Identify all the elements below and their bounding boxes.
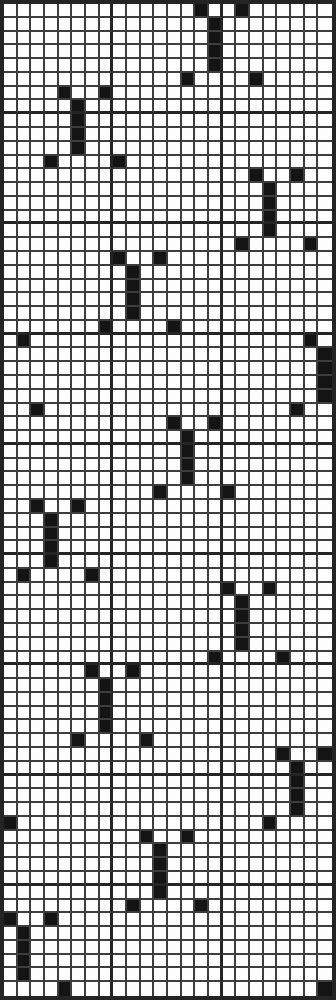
grid-cell — [168, 142, 182, 156]
grid-cell — [209, 569, 223, 583]
grid-cell — [182, 913, 196, 927]
grid-cell — [168, 224, 182, 238]
grid-cell — [223, 817, 237, 831]
grid-cell — [72, 486, 86, 500]
grid-cell — [277, 500, 291, 514]
grid-cell — [4, 500, 18, 514]
grid-cell — [113, 73, 127, 87]
grid-cell — [86, 486, 100, 500]
grid-cell — [305, 541, 319, 555]
grid-cell — [168, 431, 182, 445]
grid-cell — [277, 252, 291, 266]
grid-cell — [72, 858, 86, 872]
grid-cell — [277, 486, 291, 500]
grid-cell — [100, 555, 114, 569]
grid-cell — [305, 197, 319, 211]
grid-cell — [250, 417, 264, 431]
grid-cell — [223, 831, 237, 845]
grid-cell — [72, 266, 86, 280]
grid-cell — [4, 183, 18, 197]
grid-cell — [209, 73, 223, 87]
grid-cell — [45, 142, 59, 156]
grid-cell — [4, 872, 18, 886]
grid-cell — [141, 459, 155, 473]
grid-cell — [209, 224, 223, 238]
grid-cell — [100, 569, 114, 583]
grid-cell — [86, 211, 100, 225]
grid-cell — [4, 596, 18, 610]
grid-cell — [45, 596, 59, 610]
grid-cell — [182, 596, 196, 610]
grid-cell — [86, 748, 100, 762]
grid-cell — [18, 362, 32, 376]
grid-cell — [113, 555, 127, 569]
grid-cell — [277, 555, 291, 569]
grid-cell — [154, 528, 168, 542]
grid-cell — [86, 445, 100, 459]
grid-cell — [45, 486, 59, 500]
grid-cell — [72, 789, 86, 803]
grid-cell — [209, 87, 223, 101]
grid-cell — [277, 707, 291, 721]
grid-cell — [291, 183, 305, 197]
blocked-cell — [100, 321, 114, 335]
grid-cell — [100, 266, 114, 280]
grid-cell — [154, 748, 168, 762]
grid-cell — [18, 431, 32, 445]
grid-cell — [291, 486, 305, 500]
grid-cell — [72, 73, 86, 87]
grid-cell — [113, 968, 127, 982]
grid-cell — [141, 541, 155, 555]
grid-cell — [127, 4, 141, 18]
grid-cell — [291, 307, 305, 321]
grid-cell — [236, 431, 250, 445]
grid-cell — [45, 665, 59, 679]
blocked-cell — [236, 638, 250, 652]
grid-cell — [168, 748, 182, 762]
grid-cell — [100, 197, 114, 211]
grid-cell — [236, 500, 250, 514]
grid-cell — [154, 335, 168, 349]
grid-cell — [113, 376, 127, 390]
grid-cell — [236, 831, 250, 845]
grid-cell — [127, 541, 141, 555]
grid-cell — [18, 224, 32, 238]
grid-cell — [223, 32, 237, 46]
grid-cell — [182, 927, 196, 941]
grid-cell — [18, 307, 32, 321]
grid-cell — [113, 831, 127, 845]
grid-cell — [168, 886, 182, 900]
blocked-cell — [318, 376, 332, 390]
grid-cell — [127, 817, 141, 831]
grid-cell — [168, 280, 182, 294]
grid-cell — [318, 817, 332, 831]
grid-cell — [31, 183, 45, 197]
blocked-cell — [182, 431, 196, 445]
grid-cell — [31, 18, 45, 32]
grid-cell — [182, 376, 196, 390]
grid-cell — [100, 211, 114, 225]
grid-cell — [195, 693, 209, 707]
grid-cell — [4, 238, 18, 252]
grid-cell — [72, 569, 86, 583]
grid-cell — [277, 390, 291, 404]
grid-cell — [72, 762, 86, 776]
blocked-cell — [45, 528, 59, 542]
grid-cell — [86, 541, 100, 555]
blocked-cell — [209, 652, 223, 666]
blocked-cell — [18, 335, 32, 349]
grid-cell — [100, 624, 114, 638]
grid-cell — [18, 707, 32, 721]
grid-cell — [59, 927, 73, 941]
grid-cell — [31, 59, 45, 73]
grid-cell — [223, 183, 237, 197]
grid-cell — [18, 348, 32, 362]
grid-cell — [31, 238, 45, 252]
grid-cell — [100, 968, 114, 982]
grid-cell — [318, 528, 332, 542]
grid-cell — [154, 293, 168, 307]
grid-cell — [141, 982, 155, 996]
grid-cell — [209, 555, 223, 569]
grid-cell — [59, 128, 73, 142]
grid-cell — [86, 720, 100, 734]
grid-cell — [291, 211, 305, 225]
grid-cell — [31, 693, 45, 707]
grid-cell — [264, 156, 278, 170]
grid-cell — [209, 583, 223, 597]
grid-cell — [31, 32, 45, 46]
grid-cell — [318, 45, 332, 59]
grid-cell — [113, 197, 127, 211]
grid-cell — [168, 500, 182, 514]
grid-cell — [264, 87, 278, 101]
grid-cell — [291, 982, 305, 996]
grid-cell — [264, 59, 278, 73]
grid-cell — [168, 762, 182, 776]
grid-cell — [305, 762, 319, 776]
grid-cell — [305, 404, 319, 418]
grid-cell — [59, 817, 73, 831]
grid-cell — [113, 224, 127, 238]
grid-cell — [277, 472, 291, 486]
grid-cell — [141, 886, 155, 900]
grid-cell — [18, 169, 32, 183]
grid-cell — [18, 679, 32, 693]
grid-cell — [264, 266, 278, 280]
blocked-cell — [305, 238, 319, 252]
grid-cell — [113, 45, 127, 59]
grid-cell — [141, 555, 155, 569]
grid-cell — [236, 197, 250, 211]
blocked-cell — [72, 500, 86, 514]
grid-cell — [86, 831, 100, 845]
grid-cell — [45, 638, 59, 652]
grid-cell — [223, 500, 237, 514]
grid-cell — [141, 693, 155, 707]
grid-cell — [72, 555, 86, 569]
grid-cell — [264, 100, 278, 114]
grid-cell — [72, 445, 86, 459]
grid-cell — [113, 858, 127, 872]
grid-cell — [59, 459, 73, 473]
grid-cell — [305, 900, 319, 914]
grid-cell — [59, 583, 73, 597]
grid-cell — [236, 100, 250, 114]
grid-cell — [45, 569, 59, 583]
grid-cell — [72, 293, 86, 307]
grid-cell — [182, 486, 196, 500]
grid-cell — [154, 100, 168, 114]
grid-cell — [59, 596, 73, 610]
grid-cell — [154, 307, 168, 321]
grid-cell — [127, 748, 141, 762]
grid-cell — [168, 900, 182, 914]
grid-cell — [318, 776, 332, 790]
grid-cell — [31, 459, 45, 473]
grid-cell — [154, 417, 168, 431]
grid-cell — [223, 679, 237, 693]
grid-cell — [127, 197, 141, 211]
grid-cell — [18, 390, 32, 404]
grid-cell — [209, 638, 223, 652]
grid-cell — [59, 335, 73, 349]
grid-cell — [223, 73, 237, 87]
grid-cell — [195, 665, 209, 679]
grid-cell — [223, 886, 237, 900]
grid-cell — [223, 555, 237, 569]
grid-cell — [59, 707, 73, 721]
grid-cell — [100, 45, 114, 59]
grid-cell — [31, 156, 45, 170]
grid-cell — [277, 624, 291, 638]
grid-cell — [250, 541, 264, 555]
grid-cell — [31, 569, 45, 583]
grid-cell — [154, 500, 168, 514]
grid-cell — [72, 87, 86, 101]
grid-cell — [18, 128, 32, 142]
grid-cell — [168, 73, 182, 87]
grid-cell — [113, 872, 127, 886]
grid-cell — [264, 362, 278, 376]
grid-cell — [86, 238, 100, 252]
grid-cell — [250, 376, 264, 390]
grid-cell — [195, 720, 209, 734]
grid-cell — [31, 362, 45, 376]
grid-cell — [318, 197, 332, 211]
grid-cell — [305, 32, 319, 46]
grid-cell — [45, 307, 59, 321]
grid-cell — [154, 583, 168, 597]
grid-cell — [59, 293, 73, 307]
grid-cell — [168, 528, 182, 542]
grid-cell — [86, 73, 100, 87]
grid-cell — [141, 638, 155, 652]
grid-cell — [305, 114, 319, 128]
grid-cell — [236, 459, 250, 473]
grid-cell — [305, 927, 319, 941]
grid-cell — [113, 183, 127, 197]
grid-cell — [59, 720, 73, 734]
grid-cell — [250, 197, 264, 211]
grid-cell — [277, 844, 291, 858]
grid-cell — [305, 211, 319, 225]
grid-cell — [250, 362, 264, 376]
grid-cell — [31, 596, 45, 610]
grid-cell — [168, 817, 182, 831]
grid-cell — [127, 734, 141, 748]
grid-cell — [182, 569, 196, 583]
grid-cell — [182, 734, 196, 748]
grid-cell — [100, 445, 114, 459]
grid-cell — [31, 73, 45, 87]
grid-cell — [264, 734, 278, 748]
grid-cell — [45, 900, 59, 914]
grid-cell — [195, 183, 209, 197]
grid-cell — [236, 87, 250, 101]
grid-cell — [127, 59, 141, 73]
grid-cell — [250, 293, 264, 307]
grid-cell — [318, 128, 332, 142]
grid-cell — [154, 596, 168, 610]
grid-cell — [59, 348, 73, 362]
blocked-cell — [45, 555, 59, 569]
grid-cell — [45, 87, 59, 101]
grid-cell — [195, 486, 209, 500]
grid-cell — [318, 555, 332, 569]
grid-cell — [236, 707, 250, 721]
grid-cell — [277, 968, 291, 982]
grid-cell — [141, 569, 155, 583]
grid-cell — [127, 156, 141, 170]
grid-cell — [195, 293, 209, 307]
blocked-cell — [209, 417, 223, 431]
grid-cell — [154, 707, 168, 721]
grid-cell — [195, 927, 209, 941]
grid-cell — [100, 335, 114, 349]
grid-cell — [318, 142, 332, 156]
grid-cell — [250, 59, 264, 73]
grid-cell — [31, 224, 45, 238]
grid-cell — [18, 100, 32, 114]
grid-cell — [250, 817, 264, 831]
grid-cell — [141, 404, 155, 418]
grid-cell — [264, 941, 278, 955]
grid-cell — [113, 4, 127, 18]
grid-cell — [18, 293, 32, 307]
grid-cell — [72, 693, 86, 707]
grid-cell — [59, 900, 73, 914]
grid-cell — [113, 335, 127, 349]
grid-cell — [31, 142, 45, 156]
grid-cell — [182, 156, 196, 170]
grid-cell — [182, 803, 196, 817]
blocked-cell — [72, 142, 86, 156]
grid-cell — [250, 955, 264, 969]
grid-cell — [18, 776, 32, 790]
grid-cell — [86, 927, 100, 941]
grid-cell — [250, 831, 264, 845]
blocked-cell — [236, 610, 250, 624]
grid-cell — [18, 693, 32, 707]
grid-cell — [72, 748, 86, 762]
grid-cell — [168, 252, 182, 266]
grid-cell — [113, 762, 127, 776]
grid-cell — [72, 776, 86, 790]
grid-cell — [305, 169, 319, 183]
grid-cell — [141, 18, 155, 32]
grid-cell — [305, 596, 319, 610]
grid-cell — [223, 211, 237, 225]
grid-cell — [209, 169, 223, 183]
grid-cell — [113, 982, 127, 996]
grid-cell — [18, 114, 32, 128]
grid-cell — [4, 307, 18, 321]
grid-cell — [223, 390, 237, 404]
grid-cell — [141, 844, 155, 858]
grid-cell — [305, 679, 319, 693]
blocked-cell — [291, 762, 305, 776]
grid-cell — [31, 803, 45, 817]
grid-cell — [4, 335, 18, 349]
grid-cell — [18, 720, 32, 734]
grid-cell — [264, 238, 278, 252]
grid-cell — [113, 528, 127, 542]
grid-cell — [45, 59, 59, 73]
grid-cell — [250, 803, 264, 817]
grid-cell — [59, 693, 73, 707]
grid-cell — [318, 831, 332, 845]
grid-cell — [318, 211, 332, 225]
blocked-cell — [113, 156, 127, 170]
grid-cell — [209, 762, 223, 776]
grid-cell — [264, 610, 278, 624]
grid-cell — [154, 156, 168, 170]
blocked-cell — [264, 817, 278, 831]
grid-cell — [18, 596, 32, 610]
grid-cell — [318, 307, 332, 321]
grid-cell — [59, 872, 73, 886]
grid-cell — [4, 624, 18, 638]
grid-cell — [72, 900, 86, 914]
grid-cell — [86, 886, 100, 900]
grid-cell — [195, 404, 209, 418]
grid-cell — [59, 500, 73, 514]
grid-cell — [291, 844, 305, 858]
grid-cell — [31, 431, 45, 445]
grid-cell — [182, 707, 196, 721]
grid-cell — [31, 335, 45, 349]
grid-cell — [209, 280, 223, 294]
grid-cell — [291, 679, 305, 693]
grid-cell — [18, 789, 32, 803]
grid-cell — [236, 252, 250, 266]
grid-cell — [168, 596, 182, 610]
grid-cell — [127, 459, 141, 473]
grid-cell — [182, 142, 196, 156]
grid-cell — [72, 280, 86, 294]
grid-cell — [277, 734, 291, 748]
grid-cell — [291, 541, 305, 555]
grid-cell — [264, 114, 278, 128]
grid-cell — [18, 87, 32, 101]
blocked-cell — [45, 156, 59, 170]
grid-cell — [86, 872, 100, 886]
grid-cell — [318, 844, 332, 858]
